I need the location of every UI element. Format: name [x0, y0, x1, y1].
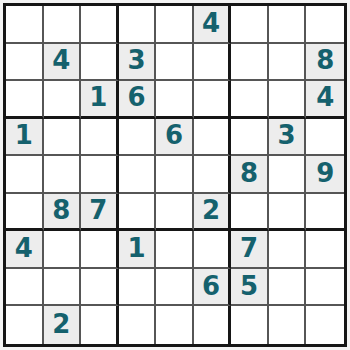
cell-r6c1[interactable]	[6, 194, 44, 232]
cell-r4c4[interactable]	[119, 119, 157, 157]
cell-r3c5[interactable]	[156, 81, 194, 119]
cell-r4c7[interactable]	[231, 119, 269, 157]
cell-r3c3[interactable]: 1	[81, 81, 119, 119]
cell-r6c7[interactable]	[231, 194, 269, 232]
cell-r1c5[interactable]	[156, 6, 194, 44]
cell-r9c2[interactable]: 2	[44, 306, 82, 344]
cell-r9c5[interactable]	[156, 306, 194, 344]
cell-r6c2[interactable]: 8	[44, 194, 82, 232]
cell-r1c3[interactable]	[81, 6, 119, 44]
cell-r3c7[interactable]	[231, 81, 269, 119]
cell-r3c4[interactable]: 6	[119, 81, 157, 119]
cell-r8c1[interactable]	[6, 269, 44, 307]
cell-r6c6[interactable]: 2	[194, 194, 232, 232]
given-digit: 6	[127, 84, 145, 110]
given-digit: 1	[15, 122, 33, 148]
cell-r1c7[interactable]	[231, 6, 269, 44]
cell-r2c1[interactable]	[6, 44, 44, 82]
cell-r6c4[interactable]	[119, 194, 157, 232]
given-digit: 2	[202, 197, 220, 223]
cell-r3c1[interactable]	[6, 81, 44, 119]
cell-r6c5[interactable]	[156, 194, 194, 232]
cell-r2c9[interactable]: 8	[306, 44, 344, 82]
cell-r7c6[interactable]	[194, 231, 232, 269]
cell-r8c2[interactable]	[44, 269, 82, 307]
given-digit: 4	[316, 84, 334, 110]
cell-r8c8[interactable]	[269, 269, 307, 307]
cell-r9c8[interactable]	[269, 306, 307, 344]
given-digit: 3	[127, 47, 145, 73]
cell-r1c6[interactable]: 4	[194, 6, 232, 44]
cell-r2c8[interactable]	[269, 44, 307, 82]
cell-r9c7[interactable]	[231, 306, 269, 344]
cell-r5c9[interactable]: 9	[306, 156, 344, 194]
cell-r7c2[interactable]	[44, 231, 82, 269]
cell-r2c4[interactable]: 3	[119, 44, 157, 82]
cell-r2c7[interactable]	[231, 44, 269, 82]
cell-r2c2[interactable]: 4	[44, 44, 82, 82]
cell-r3c6[interactable]	[194, 81, 232, 119]
cell-r5c2[interactable]	[44, 156, 82, 194]
cell-r7c4[interactable]: 1	[119, 231, 157, 269]
cell-r4c3[interactable]	[81, 119, 119, 157]
cell-r5c7[interactable]: 8	[231, 156, 269, 194]
cell-r4c5[interactable]: 6	[156, 119, 194, 157]
given-digit: 4	[202, 10, 220, 36]
cell-r9c9[interactable]	[306, 306, 344, 344]
cell-r7c8[interactable]	[269, 231, 307, 269]
cell-r7c5[interactable]	[156, 231, 194, 269]
given-digit: 8	[316, 47, 334, 73]
cell-r5c6[interactable]	[194, 156, 232, 194]
cell-r3c2[interactable]	[44, 81, 82, 119]
given-digit: 4	[52, 47, 70, 73]
cell-r1c9[interactable]	[306, 6, 344, 44]
cell-r2c5[interactable]	[156, 44, 194, 82]
cell-r7c3[interactable]	[81, 231, 119, 269]
cell-r8c9[interactable]	[306, 269, 344, 307]
cell-r4c6[interactable]	[194, 119, 232, 157]
cell-r1c2[interactable]	[44, 6, 82, 44]
page: { "game": "sudoku", "grid": { "size": 9,…	[0, 0, 350, 350]
cell-r3c8[interactable]	[269, 81, 307, 119]
given-digit: 3	[278, 122, 296, 148]
given-digit: 9	[316, 160, 334, 186]
cell-r8c5[interactable]	[156, 269, 194, 307]
given-digit: 7	[89, 197, 107, 223]
cell-r5c4[interactable]	[119, 156, 157, 194]
cell-r1c4[interactable]	[119, 6, 157, 44]
sudoku-board: 443816416389872417652	[3, 3, 347, 347]
cell-r1c8[interactable]	[269, 6, 307, 44]
cell-r3c9[interactable]: 4	[306, 81, 344, 119]
cell-r4c9[interactable]	[306, 119, 344, 157]
cell-r6c9[interactable]	[306, 194, 344, 232]
cell-r7c7[interactable]: 7	[231, 231, 269, 269]
cell-r1c1[interactable]	[6, 6, 44, 44]
given-digit: 6	[165, 122, 183, 148]
cell-r7c1[interactable]: 4	[6, 231, 44, 269]
cell-r8c7[interactable]: 5	[231, 269, 269, 307]
given-digit: 5	[240, 273, 258, 299]
cell-r9c4[interactable]	[119, 306, 157, 344]
cell-r8c4[interactable]	[119, 269, 157, 307]
cell-r9c3[interactable]	[81, 306, 119, 344]
cell-r4c8[interactable]: 3	[269, 119, 307, 157]
given-digit: 6	[202, 273, 220, 299]
cell-r2c6[interactable]	[194, 44, 232, 82]
cell-r4c2[interactable]	[44, 119, 82, 157]
cell-r8c3[interactable]	[81, 269, 119, 307]
cell-r6c8[interactable]	[269, 194, 307, 232]
cell-r9c6[interactable]	[194, 306, 232, 344]
cell-r5c8[interactable]	[269, 156, 307, 194]
cell-r9c1[interactable]	[6, 306, 44, 344]
cell-r5c1[interactable]	[6, 156, 44, 194]
given-digit: 1	[89, 84, 107, 110]
cell-r5c5[interactable]	[156, 156, 194, 194]
given-digit: 8	[240, 160, 258, 186]
cell-r7c9[interactable]	[306, 231, 344, 269]
given-digit: 4	[15, 235, 33, 261]
given-digit: 1	[127, 235, 145, 261]
given-digit: 8	[52, 197, 70, 223]
given-digit: 2	[52, 311, 70, 337]
given-digit: 7	[240, 235, 258, 261]
cell-r6c3[interactable]: 7	[81, 194, 119, 232]
cell-r2c3[interactable]	[81, 44, 119, 82]
cell-r4c1[interactable]: 1	[6, 119, 44, 157]
cell-r5c3[interactable]	[81, 156, 119, 194]
cell-r8c6[interactable]: 6	[194, 269, 232, 307]
